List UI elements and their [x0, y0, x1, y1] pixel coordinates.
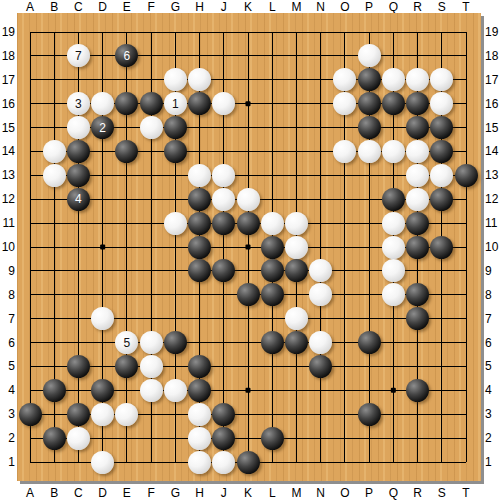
stone-white	[333, 92, 356, 115]
stone-white: 5	[115, 331, 138, 354]
stone-black	[430, 236, 453, 259]
stone-white	[212, 92, 235, 115]
move-number: 4	[75, 193, 82, 205]
stone-black	[261, 283, 284, 306]
move-number: 5	[124, 337, 131, 349]
stone-white	[309, 331, 332, 354]
stone-white	[140, 379, 163, 402]
stone-black	[406, 283, 429, 306]
stone-black: 2	[91, 116, 114, 139]
row-label: 10	[0, 240, 15, 254]
row-label: 15	[485, 121, 500, 135]
column-label: P	[358, 0, 380, 14]
stone-black	[358, 92, 381, 115]
stone-white	[309, 259, 332, 282]
stone-white	[406, 164, 429, 187]
column-label: M	[285, 0, 307, 14]
stone-black	[212, 259, 235, 282]
column-label: E	[116, 486, 138, 500]
stone-black	[358, 403, 381, 426]
stone-black	[140, 92, 163, 115]
stone-black	[309, 355, 332, 378]
stone-black: 6	[115, 44, 138, 67]
stone-black	[188, 259, 211, 282]
stone-black	[188, 212, 211, 235]
row-label: 8	[0, 288, 15, 302]
row-label: 1	[0, 455, 15, 469]
stone-white	[188, 403, 211, 426]
stone-black	[43, 427, 66, 450]
row-label: 6	[485, 336, 500, 350]
stone-black	[115, 355, 138, 378]
stone-white	[91, 307, 114, 330]
stone-white	[382, 68, 405, 91]
move-number: 6	[124, 50, 131, 62]
stone-white	[382, 212, 405, 235]
move-number: 3	[75, 98, 82, 110]
stone-black	[455, 164, 478, 187]
stone-black	[212, 427, 235, 450]
stone-black	[212, 403, 235, 426]
stone-black	[164, 331, 187, 354]
stone-black	[237, 283, 260, 306]
stone-white	[140, 116, 163, 139]
stone-black	[285, 331, 308, 354]
column-label: K	[237, 486, 259, 500]
stone-white	[67, 116, 90, 139]
stone-white	[188, 427, 211, 450]
stone-white	[285, 236, 308, 259]
stone-black	[67, 355, 90, 378]
stone-black	[67, 140, 90, 163]
row-label: 2	[485, 431, 500, 445]
stone-black	[19, 403, 42, 426]
stone-white	[212, 188, 235, 211]
row-label: 15	[0, 121, 15, 135]
stone-black	[406, 236, 429, 259]
stone-black	[382, 92, 405, 115]
stone-white	[406, 188, 429, 211]
stone-black	[188, 379, 211, 402]
column-label: O	[334, 0, 356, 14]
row-label: 13	[485, 168, 500, 182]
row-label: 5	[0, 359, 15, 373]
column-label: S	[431, 0, 453, 14]
column-label: A	[19, 486, 41, 500]
stone-white	[382, 140, 405, 163]
column-label: G	[164, 0, 186, 14]
column-label: C	[67, 486, 89, 500]
column-label: F	[140, 0, 162, 14]
column-label: O	[334, 486, 356, 500]
row-label: 18	[0, 49, 15, 63]
stone-black	[115, 92, 138, 115]
stone-white	[188, 451, 211, 474]
stone-black	[406, 92, 429, 115]
stone-black	[358, 116, 381, 139]
stone-white	[91, 403, 114, 426]
row-label: 16	[0, 97, 15, 111]
stone-black	[358, 68, 381, 91]
stone-white	[333, 140, 356, 163]
stone-white	[67, 427, 90, 450]
column-label: J	[213, 486, 235, 500]
stone-black	[406, 307, 429, 330]
row-label: 11	[0, 216, 15, 230]
column-label: S	[431, 486, 453, 500]
stone-white	[43, 140, 66, 163]
stone-black	[406, 116, 429, 139]
stone-black	[67, 403, 90, 426]
stone-white	[140, 355, 163, 378]
row-label: 14	[0, 144, 15, 158]
stone-white	[358, 44, 381, 67]
column-label: J	[213, 0, 235, 14]
column-label: T	[455, 0, 477, 14]
row-label: 14	[485, 144, 500, 158]
stone-white	[333, 68, 356, 91]
column-label: Q	[382, 486, 404, 500]
row-label: 17	[485, 73, 500, 87]
stone-black	[430, 116, 453, 139]
stone-white	[212, 164, 235, 187]
column-label: Q	[382, 0, 404, 14]
stone-white	[188, 164, 211, 187]
stone-white: 7	[67, 44, 90, 67]
stone-white	[237, 188, 260, 211]
row-label: 11	[485, 216, 500, 230]
row-label: 17	[0, 73, 15, 87]
stone-white	[406, 140, 429, 163]
row-label: 4	[0, 383, 15, 397]
row-label: 13	[0, 168, 15, 182]
stone-white	[406, 68, 429, 91]
row-label: 10	[485, 240, 500, 254]
stone-black	[188, 236, 211, 259]
stone-white	[91, 92, 114, 115]
row-label: 9	[0, 264, 15, 278]
stone-white	[382, 236, 405, 259]
column-label: B	[43, 486, 65, 500]
column-label: T	[455, 486, 477, 500]
column-label: K	[237, 0, 259, 14]
stone-black	[43, 379, 66, 402]
stone-black	[188, 355, 211, 378]
column-label: M	[285, 486, 307, 500]
stone-black	[261, 259, 284, 282]
row-label: 6	[0, 336, 15, 350]
stone-black	[115, 140, 138, 163]
column-label: L	[261, 0, 283, 14]
stone-black	[358, 331, 381, 354]
column-label: F	[140, 486, 162, 500]
stone-black	[237, 451, 260, 474]
stone-white	[285, 307, 308, 330]
stones-layer: 7631245	[17, 13, 481, 481]
row-label: 3	[485, 407, 500, 421]
stone-black	[285, 259, 308, 282]
row-label: 3	[0, 407, 15, 421]
column-label: N	[310, 486, 332, 500]
stone-black	[430, 140, 453, 163]
stone-white	[115, 403, 138, 426]
stone-white	[430, 164, 453, 187]
stone-black	[188, 188, 211, 211]
stone-white	[91, 451, 114, 474]
stone-black	[91, 379, 114, 402]
row-label: 5	[485, 359, 500, 373]
row-label: 2	[0, 431, 15, 445]
column-label: P	[358, 486, 380, 500]
stone-black	[261, 331, 284, 354]
row-label: 1	[485, 455, 500, 469]
go-board[interactable]: 7631245	[17, 13, 481, 481]
column-label: H	[189, 486, 211, 500]
column-label: D	[92, 0, 114, 14]
row-label: 12	[485, 192, 500, 206]
row-label: 7	[0, 312, 15, 326]
row-label: 18	[485, 49, 500, 63]
move-number: 1	[172, 98, 179, 110]
stone-white	[285, 212, 308, 235]
stone-white	[140, 331, 163, 354]
row-label: 9	[485, 264, 500, 278]
row-label: 16	[485, 97, 500, 111]
column-label: A	[19, 0, 41, 14]
stone-white	[43, 164, 66, 187]
stone-white: 3	[67, 92, 90, 115]
row-label: 12	[0, 192, 15, 206]
column-label: E	[116, 0, 138, 14]
stone-black	[430, 188, 453, 211]
stone-black	[67, 164, 90, 187]
column-label: G	[164, 486, 186, 500]
stone-black	[164, 116, 187, 139]
column-label: C	[67, 0, 89, 14]
row-label: 4	[485, 383, 500, 397]
row-label: 7	[485, 312, 500, 326]
stone-white	[164, 212, 187, 235]
move-number: 2	[99, 122, 106, 134]
stone-white	[430, 68, 453, 91]
stone-white	[382, 259, 405, 282]
row-label: 19	[0, 25, 15, 39]
stone-black	[382, 188, 405, 211]
stone-white	[309, 283, 332, 306]
stone-white	[358, 140, 381, 163]
column-label: B	[43, 0, 65, 14]
stone-black	[164, 140, 187, 163]
stone-white	[430, 92, 453, 115]
row-label: 8	[485, 288, 500, 302]
stone-black	[261, 427, 284, 450]
column-label: R	[407, 486, 429, 500]
stone-white	[164, 68, 187, 91]
stone-black	[406, 212, 429, 235]
stone-black: 4	[67, 188, 90, 211]
stone-white	[212, 451, 235, 474]
stone-white: 1	[164, 92, 187, 115]
stone-white	[382, 283, 405, 306]
stone-white	[188, 68, 211, 91]
column-label: D	[92, 486, 114, 500]
stone-white	[164, 379, 187, 402]
column-label: R	[407, 0, 429, 14]
column-label: L	[261, 486, 283, 500]
column-label: H	[189, 0, 211, 14]
go-diagram-page: ABCDEFGHJKLMNOPQRST ABCDEFGHJKLMNOPQRST …	[0, 0, 500, 500]
row-label: 19	[485, 25, 500, 39]
stone-white	[261, 212, 284, 235]
stone-black	[261, 236, 284, 259]
stone-black	[188, 92, 211, 115]
column-label: N	[310, 0, 332, 14]
stone-black	[237, 212, 260, 235]
stone-black	[406, 379, 429, 402]
move-number: 7	[75, 50, 82, 62]
stone-black	[212, 212, 235, 235]
